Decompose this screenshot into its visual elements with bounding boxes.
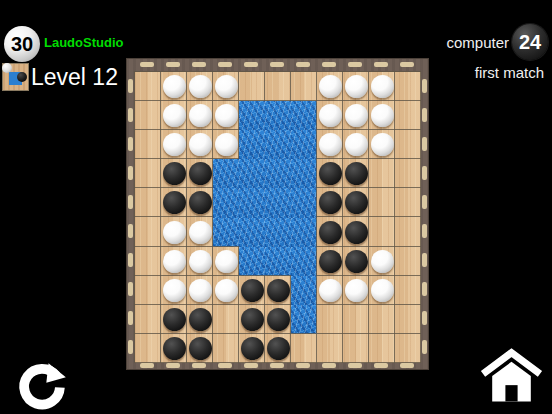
board-grid (134, 71, 421, 363)
cell-r1c3 (187, 72, 213, 101)
cell-r10c10[interactable] (369, 334, 395, 363)
cell-r1c5[interactable] (239, 72, 265, 101)
cell-r9c2 (161, 305, 187, 334)
cell-r6c2 (161, 218, 187, 247)
cell-r5c10[interactable] (369, 188, 395, 217)
cell-r6c9 (343, 218, 369, 247)
cell-r6c1[interactable] (135, 218, 161, 247)
frame-dash (422, 224, 427, 238)
black-disc (189, 337, 212, 360)
cell-r8c11[interactable] (395, 276, 421, 305)
black-disc (241, 308, 264, 331)
restart-button[interactable] (16, 361, 68, 413)
white-disc (371, 104, 394, 127)
black-disc (163, 337, 186, 360)
cell-r9c8[interactable] (317, 305, 343, 334)
cell-r9c11[interactable] (395, 305, 421, 334)
cell-r8c6 (265, 276, 291, 305)
black-disc (345, 191, 368, 214)
white-disc (215, 250, 238, 273)
frame-dash (166, 363, 180, 368)
water-cell-r2c6 (265, 101, 291, 130)
level-thumbnail-black-stone (17, 72, 27, 82)
cell-r9c5 (239, 305, 265, 334)
frame-dash (218, 363, 232, 368)
frame-dash (128, 79, 133, 93)
black-disc (189, 191, 212, 214)
white-disc (371, 279, 394, 302)
water-cell-r9c7 (291, 305, 317, 334)
cell-r2c9 (343, 101, 369, 130)
cell-r5c2 (161, 188, 187, 217)
cell-r2c8 (317, 101, 343, 130)
water-cell-r4c5 (239, 159, 265, 188)
water-cell-r4c7 (291, 159, 317, 188)
frame-dash (128, 311, 133, 325)
cell-r5c8 (317, 188, 343, 217)
water-cell-r2c5 (239, 101, 265, 130)
frame-dash (374, 363, 388, 368)
frame-dash (218, 62, 232, 67)
cell-r1c6[interactable] (265, 72, 291, 101)
cell-r7c4 (213, 247, 239, 276)
cell-r4c2 (161, 159, 187, 188)
cell-r9c9[interactable] (343, 305, 369, 334)
frame-dash (140, 62, 154, 67)
player-score-ball: 30 (4, 26, 40, 62)
cell-r2c2 (161, 101, 187, 130)
home-icon (480, 346, 543, 406)
frame-dash (296, 363, 310, 368)
white-disc (189, 133, 212, 156)
cell-r3c8 (317, 130, 343, 159)
water-cell-r7c6 (265, 247, 291, 276)
cell-r7c2 (161, 247, 187, 276)
game-screen: 30 LaudoStudio Level 12 computer 24 firs… (0, 0, 552, 414)
cell-r5c11[interactable] (395, 188, 421, 217)
frame-dash (422, 108, 427, 122)
water-cell-r6c7 (291, 218, 317, 247)
white-disc (371, 133, 394, 156)
frame-dash (128, 108, 133, 122)
frame-dash (348, 363, 362, 368)
black-disc (189, 308, 212, 331)
water-cell-r5c6 (265, 188, 291, 217)
white-disc (189, 75, 212, 98)
white-disc (319, 279, 342, 302)
black-disc (267, 308, 290, 331)
white-disc (189, 279, 212, 302)
frame-dash (422, 253, 427, 267)
frame-dash (322, 363, 336, 368)
frame-dash (128, 195, 133, 209)
black-disc (163, 308, 186, 331)
white-disc (371, 250, 394, 273)
cell-r10c4[interactable] (213, 334, 239, 363)
cell-r7c3 (187, 247, 213, 276)
cell-r7c10 (369, 247, 395, 276)
black-disc (241, 337, 264, 360)
cell-r9c4[interactable] (213, 305, 239, 334)
cell-r3c1[interactable] (135, 130, 161, 159)
black-disc (267, 337, 290, 360)
cell-r2c1[interactable] (135, 101, 161, 130)
cell-r3c4 (213, 130, 239, 159)
cell-r8c8 (317, 276, 343, 305)
cell-r6c11[interactable] (395, 218, 421, 247)
cell-r8c9 (343, 276, 369, 305)
cell-r10c1[interactable] (135, 334, 161, 363)
frame-dash (192, 62, 206, 67)
frame-dash (422, 195, 427, 209)
black-disc (163, 162, 186, 185)
match-label: first match (475, 64, 544, 81)
cell-r3c2 (161, 130, 187, 159)
computer-label: computer (446, 34, 509, 51)
frame-dash (270, 363, 284, 368)
home-button[interactable] (480, 346, 543, 406)
cell-r6c8 (317, 218, 343, 247)
frame-dash (128, 340, 133, 354)
cell-r7c8 (317, 247, 343, 276)
white-disc (163, 279, 186, 302)
cell-r8c1[interactable] (135, 276, 161, 305)
frame-dash (270, 62, 284, 67)
cell-r9c1[interactable] (135, 305, 161, 334)
white-disc (319, 104, 342, 127)
water-cell-r4c4 (213, 159, 239, 188)
cell-r1c1[interactable] (135, 72, 161, 101)
water-cell-r5c7 (291, 188, 317, 217)
black-disc (241, 279, 264, 302)
white-disc (371, 75, 394, 98)
white-disc (189, 104, 212, 127)
black-disc (267, 279, 290, 302)
cell-r10c7[interactable] (291, 334, 317, 363)
cell-r10c11[interactable] (395, 334, 421, 363)
white-disc (319, 133, 342, 156)
white-disc (189, 250, 212, 273)
cell-r1c10 (369, 72, 395, 101)
cell-r1c8 (317, 72, 343, 101)
water-cell-r6c4 (213, 218, 239, 247)
cell-r8c2 (161, 276, 187, 305)
black-disc (345, 162, 368, 185)
cell-r9c6 (265, 305, 291, 334)
cell-r2c11[interactable] (395, 101, 421, 130)
frame-dash (422, 137, 427, 151)
white-disc (163, 133, 186, 156)
water-cell-r5c4 (213, 188, 239, 217)
water-cell-r4c6 (265, 159, 291, 188)
cell-r4c10[interactable] (369, 159, 395, 188)
water-cell-r6c5 (239, 218, 265, 247)
white-disc (163, 250, 186, 273)
cell-r10c3 (187, 334, 213, 363)
white-disc (345, 75, 368, 98)
cell-r8c3 (187, 276, 213, 305)
cell-r6c10[interactable] (369, 218, 395, 247)
level-thumbnail (2, 63, 29, 91)
water-cell-r7c7 (291, 247, 317, 276)
frame-dash (422, 79, 427, 93)
computer-score-row: computer 24 (446, 24, 548, 60)
cell-r8c5 (239, 276, 265, 305)
black-disc (319, 250, 342, 273)
restart-icon (16, 361, 68, 413)
cell-r1c11[interactable] (395, 72, 421, 101)
cell-r10c6 (265, 334, 291, 363)
cell-r5c3 (187, 188, 213, 217)
white-disc (215, 75, 238, 98)
frame-dash (422, 282, 427, 296)
cell-r4c8 (317, 159, 343, 188)
water-cell-r6c6 (265, 218, 291, 247)
cell-r5c9 (343, 188, 369, 217)
frame-dash (244, 363, 258, 368)
white-disc (163, 104, 186, 127)
white-disc (163, 75, 186, 98)
water-cell-r7c5 (239, 247, 265, 276)
computer-score-ball: 24 (512, 24, 548, 60)
frame-dash (166, 62, 180, 67)
cell-r4c3 (187, 159, 213, 188)
frame-dash (322, 62, 336, 67)
cell-r4c11[interactable] (395, 159, 421, 188)
cell-r3c3 (187, 130, 213, 159)
black-disc (319, 191, 342, 214)
black-disc (345, 250, 368, 273)
white-disc (345, 133, 368, 156)
frame-dash (422, 166, 427, 180)
player-score: 30 (11, 33, 33, 56)
computer-score: 24 (519, 31, 541, 54)
cell-r10c5 (239, 334, 265, 363)
black-disc (189, 162, 212, 185)
white-disc (319, 75, 342, 98)
white-disc (345, 104, 368, 127)
cell-r8c10 (369, 276, 395, 305)
cell-r3c10 (369, 130, 395, 159)
white-disc (215, 279, 238, 302)
white-disc (215, 133, 238, 156)
white-disc (215, 104, 238, 127)
level-label: Level 12 (31, 62, 118, 92)
cell-r9c10[interactable] (369, 305, 395, 334)
frame-dash (128, 166, 133, 180)
cell-r2c4 (213, 101, 239, 130)
water-cell-r8c7 (291, 276, 317, 305)
cell-r8c4 (213, 276, 239, 305)
cell-r10c2 (161, 334, 187, 363)
cell-r4c9 (343, 159, 369, 188)
cell-r5c1[interactable] (135, 188, 161, 217)
black-disc (319, 221, 342, 244)
water-cell-r5c5 (239, 188, 265, 217)
water-cell-r2c7 (291, 101, 317, 130)
cell-r1c4 (213, 72, 239, 101)
water-cell-r3c5 (239, 130, 265, 159)
cell-r6c3 (187, 218, 213, 247)
frame-dash (244, 62, 258, 67)
cell-r3c11[interactable] (395, 130, 421, 159)
water-cell-r3c7 (291, 130, 317, 159)
cell-r10c8[interactable] (317, 334, 343, 363)
game-board (126, 58, 429, 370)
cell-r7c1[interactable] (135, 247, 161, 276)
frame-dash (128, 224, 133, 238)
frame-dash (296, 62, 310, 67)
cell-r9c3 (187, 305, 213, 334)
white-disc (163, 221, 186, 244)
frame-dash (128, 282, 133, 296)
brand-label: LaudoStudio (44, 35, 123, 50)
cell-r2c10 (369, 101, 395, 130)
cell-r3c9 (343, 130, 369, 159)
frame-dash (422, 340, 427, 354)
white-disc (345, 279, 368, 302)
cell-r1c2 (161, 72, 187, 101)
frame-dash (400, 363, 414, 368)
frame-dash (400, 62, 414, 67)
frame-dash (192, 363, 206, 368)
level-thumbnail-white-stone (2, 63, 12, 73)
cell-r1c7[interactable] (291, 72, 317, 101)
frame-dash (128, 137, 133, 151)
frame-dash (374, 62, 388, 67)
cell-r4c1[interactable] (135, 159, 161, 188)
frame-dash (128, 253, 133, 267)
cell-r2c3 (187, 101, 213, 130)
black-disc (163, 191, 186, 214)
cell-r7c9 (343, 247, 369, 276)
white-disc (189, 221, 212, 244)
cell-r10c9[interactable] (343, 334, 369, 363)
black-disc (345, 221, 368, 244)
water-cell-r3c6 (265, 130, 291, 159)
frame-dash (140, 363, 154, 368)
black-disc (319, 162, 342, 185)
cell-r1c9 (343, 72, 369, 101)
frame-dash (422, 311, 427, 325)
cell-r7c11[interactable] (395, 247, 421, 276)
frame-dash (348, 62, 362, 67)
